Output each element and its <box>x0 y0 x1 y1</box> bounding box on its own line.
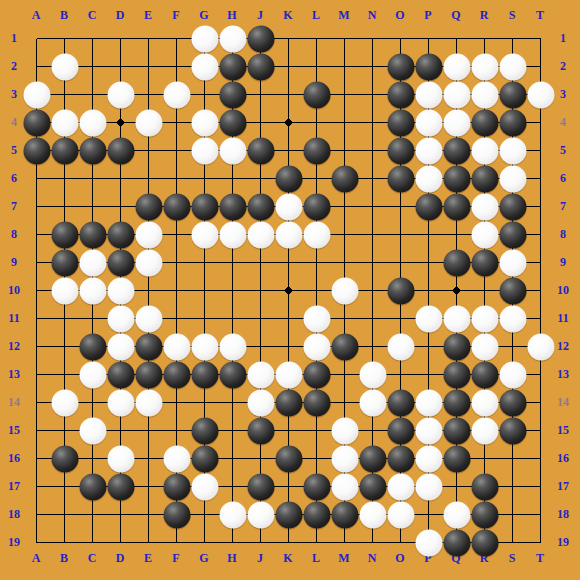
white-stone-P17[interactable] <box>415 473 442 500</box>
black-stone-J15[interactable] <box>247 417 274 444</box>
white-stone-D16[interactable] <box>107 445 134 472</box>
black-stone-J7[interactable] <box>247 193 274 220</box>
white-stone-E4[interactable] <box>135 109 162 136</box>
black-stone-S7[interactable] <box>499 193 526 220</box>
star-point-D4 <box>117 119 123 125</box>
black-stone-S3[interactable] <box>499 81 526 108</box>
white-stone-L11[interactable] <box>303 305 330 332</box>
black-stone-L3[interactable] <box>303 81 330 108</box>
black-stone-H13[interactable] <box>219 361 246 388</box>
white-stone-N14[interactable] <box>359 389 386 416</box>
black-stone-O3[interactable] <box>387 81 414 108</box>
black-stone-K14[interactable] <box>275 389 302 416</box>
col-label-bottom-T: T <box>536 551 544 566</box>
black-stone-H2[interactable] <box>219 53 246 80</box>
row-label-left-19: 19 <box>8 535 20 550</box>
black-stone-C5[interactable] <box>79 137 106 164</box>
black-stone-H3[interactable] <box>219 81 246 108</box>
white-stone-S9[interactable] <box>499 249 526 276</box>
black-stone-R18[interactable] <box>471 501 498 528</box>
white-stone-R5[interactable] <box>471 137 498 164</box>
white-stone-S2[interactable] <box>499 53 526 80</box>
row-label-right-7: 7 <box>560 199 566 214</box>
row-label-left-12: 12 <box>8 339 20 354</box>
row-label-right-18: 18 <box>557 507 569 522</box>
black-stone-L13[interactable] <box>303 361 330 388</box>
col-label-top-E: E <box>144 8 152 23</box>
black-stone-O5[interactable] <box>387 137 414 164</box>
col-label-top-L: L <box>312 8 320 23</box>
row-label-right-5: 5 <box>560 143 566 158</box>
row-label-left-17: 17 <box>8 479 20 494</box>
white-stone-K8[interactable] <box>275 221 302 248</box>
white-stone-Q4[interactable] <box>443 109 470 136</box>
white-stone-E11[interactable] <box>135 305 162 332</box>
black-stone-H4[interactable] <box>219 109 246 136</box>
white-stone-F3[interactable] <box>163 81 190 108</box>
black-stone-O14[interactable] <box>387 389 414 416</box>
col-label-bottom-B: B <box>60 551 68 566</box>
col-label-top-A: A <box>32 8 41 23</box>
row-label-left-4: 4 <box>11 115 17 130</box>
black-stone-S8[interactable] <box>499 221 526 248</box>
star-point-K10 <box>285 287 291 293</box>
white-stone-P11[interactable] <box>415 305 442 332</box>
white-stone-D12[interactable] <box>107 333 134 360</box>
white-stone-C9[interactable] <box>79 249 106 276</box>
white-stone-Q3[interactable] <box>443 81 470 108</box>
white-stone-P3[interactable] <box>415 81 442 108</box>
white-stone-D14[interactable] <box>107 389 134 416</box>
black-stone-L14[interactable] <box>303 389 330 416</box>
white-stone-G12[interactable] <box>191 333 218 360</box>
white-stone-G5[interactable] <box>191 137 218 164</box>
black-stone-N17[interactable] <box>359 473 386 500</box>
black-stone-N16[interactable] <box>359 445 386 472</box>
black-stone-R4[interactable] <box>471 109 498 136</box>
row-label-left-16: 16 <box>8 451 20 466</box>
col-label-top-F: F <box>172 8 179 23</box>
black-stone-S10[interactable] <box>499 277 526 304</box>
col-label-top-B: B <box>60 8 68 23</box>
white-stone-J13[interactable] <box>247 361 274 388</box>
col-label-bottom-C: C <box>88 551 97 566</box>
row-label-right-14: 14 <box>557 395 569 410</box>
col-label-top-N: N <box>368 8 377 23</box>
white-stone-P6[interactable] <box>415 165 442 192</box>
white-stone-B14[interactable] <box>51 389 78 416</box>
black-stone-F13[interactable] <box>163 361 190 388</box>
white-stone-R2[interactable] <box>471 53 498 80</box>
white-stone-P4[interactable] <box>415 109 442 136</box>
row-label-left-1: 1 <box>11 31 17 46</box>
col-label-bottom-F: F <box>172 551 179 566</box>
white-stone-Q2[interactable] <box>443 53 470 80</box>
white-stone-A3[interactable] <box>23 81 50 108</box>
white-stone-B10[interactable] <box>51 277 78 304</box>
white-stone-G2[interactable] <box>191 53 218 80</box>
black-stone-R6[interactable] <box>471 165 498 192</box>
white-stone-O18[interactable] <box>387 501 414 528</box>
col-label-bottom-G: G <box>199 551 208 566</box>
white-stone-R11[interactable] <box>471 305 498 332</box>
row-label-left-7: 7 <box>11 199 17 214</box>
row-label-right-8: 8 <box>560 227 566 242</box>
col-label-top-D: D <box>116 8 125 23</box>
white-stone-J14[interactable] <box>247 389 274 416</box>
white-stone-F16[interactable] <box>163 445 190 472</box>
white-stone-D10[interactable] <box>107 277 134 304</box>
white-stone-H12[interactable] <box>219 333 246 360</box>
row-label-right-1: 1 <box>560 31 566 46</box>
white-stone-S11[interactable] <box>499 305 526 332</box>
black-stone-C17[interactable] <box>79 473 106 500</box>
black-stone-K16[interactable] <box>275 445 302 472</box>
white-stone-D11[interactable] <box>107 305 134 332</box>
col-label-bottom-S: S <box>509 551 516 566</box>
black-stone-O4[interactable] <box>387 109 414 136</box>
black-stone-F7[interactable] <box>163 193 190 220</box>
black-stone-O6[interactable] <box>387 165 414 192</box>
white-stone-G1[interactable] <box>191 25 218 52</box>
row-label-left-10: 10 <box>8 283 20 298</box>
col-label-top-P: P <box>424 8 431 23</box>
white-stone-C15[interactable] <box>79 417 106 444</box>
black-stone-M12[interactable] <box>331 333 358 360</box>
white-stone-R7[interactable] <box>471 193 498 220</box>
black-stone-L5[interactable] <box>303 137 330 164</box>
white-stone-P5[interactable] <box>415 137 442 164</box>
white-stone-N18[interactable] <box>359 501 386 528</box>
col-label-bottom-D: D <box>116 551 125 566</box>
white-stone-M16[interactable] <box>331 445 358 472</box>
black-stone-L17[interactable] <box>303 473 330 500</box>
col-label-top-G: G <box>199 8 208 23</box>
black-stone-S4[interactable] <box>499 109 526 136</box>
white-stone-M17[interactable] <box>331 473 358 500</box>
col-label-bottom-O: O <box>395 551 404 566</box>
white-stone-Q11[interactable] <box>443 305 470 332</box>
white-stone-R8[interactable] <box>471 221 498 248</box>
col-label-top-S: S <box>509 8 516 23</box>
white-stone-J18[interactable] <box>247 501 274 528</box>
black-stone-Q5[interactable] <box>443 137 470 164</box>
row-label-right-12: 12 <box>557 339 569 354</box>
white-stone-O17[interactable] <box>387 473 414 500</box>
row-label-left-11: 11 <box>8 311 19 326</box>
black-stone-P2[interactable] <box>415 53 442 80</box>
white-stone-P16[interactable] <box>415 445 442 472</box>
col-label-bottom-L: L <box>312 551 320 566</box>
white-stone-P14[interactable] <box>415 389 442 416</box>
black-stone-S15[interactable] <box>499 417 526 444</box>
white-stone-K13[interactable] <box>275 361 302 388</box>
row-label-left-18: 18 <box>8 507 20 522</box>
black-stone-F18[interactable] <box>163 501 190 528</box>
black-stone-G15[interactable] <box>191 417 218 444</box>
row-label-right-3: 3 <box>560 87 566 102</box>
black-stone-L18[interactable] <box>303 501 330 528</box>
black-stone-Q16[interactable] <box>443 445 470 472</box>
row-label-right-16: 16 <box>557 451 569 466</box>
white-stone-T12[interactable] <box>527 333 554 360</box>
white-stone-G4[interactable] <box>191 109 218 136</box>
white-stone-Q18[interactable] <box>443 501 470 528</box>
black-stone-Q13[interactable] <box>443 361 470 388</box>
white-stone-H8[interactable] <box>219 221 246 248</box>
black-stone-K6[interactable] <box>275 165 302 192</box>
black-stone-J1[interactable] <box>247 25 274 52</box>
black-stone-F17[interactable] <box>163 473 190 500</box>
white-stone-B2[interactable] <box>51 53 78 80</box>
row-label-left-13: 13 <box>8 367 20 382</box>
col-label-top-Q: Q <box>451 8 460 23</box>
white-stone-N13[interactable] <box>359 361 386 388</box>
black-stone-Q14[interactable] <box>443 389 470 416</box>
black-stone-A5[interactable] <box>23 137 50 164</box>
black-stone-L7[interactable] <box>303 193 330 220</box>
row-label-left-6: 6 <box>11 171 17 186</box>
black-stone-J17[interactable] <box>247 473 274 500</box>
row-label-left-14: 14 <box>8 395 20 410</box>
row-label-left-2: 2 <box>11 59 17 74</box>
black-stone-D9[interactable] <box>107 249 134 276</box>
row-label-right-6: 6 <box>560 171 566 186</box>
white-stone-L12[interactable] <box>303 333 330 360</box>
black-stone-E7[interactable] <box>135 193 162 220</box>
white-stone-R12[interactable] <box>471 333 498 360</box>
black-stone-G7[interactable] <box>191 193 218 220</box>
black-stone-C8[interactable] <box>79 221 106 248</box>
black-stone-D5[interactable] <box>107 137 134 164</box>
col-label-top-R: R <box>480 8 489 23</box>
black-stone-D13[interactable] <box>107 361 134 388</box>
col-label-bottom-J: J <box>257 551 263 566</box>
black-stone-B8[interactable] <box>51 221 78 248</box>
col-label-top-K: K <box>283 8 292 23</box>
col-label-top-O: O <box>395 8 404 23</box>
col-label-bottom-N: N <box>368 551 377 566</box>
white-stone-H1[interactable] <box>219 25 246 52</box>
row-label-right-9: 9 <box>560 255 566 270</box>
row-label-right-10: 10 <box>557 283 569 298</box>
black-stone-B16[interactable] <box>51 445 78 472</box>
black-stone-R19[interactable] <box>471 529 498 556</box>
black-stone-B5[interactable] <box>51 137 78 164</box>
black-stone-D17[interactable] <box>107 473 134 500</box>
white-stone-C13[interactable] <box>79 361 106 388</box>
star-point-K4 <box>285 119 291 125</box>
black-stone-Q7[interactable] <box>443 193 470 220</box>
white-stone-P19[interactable] <box>415 529 442 556</box>
col-label-top-T: T <box>536 8 544 23</box>
row-label-left-15: 15 <box>8 423 20 438</box>
black-stone-Q15[interactable] <box>443 417 470 444</box>
go-board[interactable]: AABBCCDDEEFFGGHHJJKKLLMMNNOOPPQQRRSSTT11… <box>0 0 580 580</box>
row-label-left-8: 8 <box>11 227 17 242</box>
white-stone-R3[interactable] <box>471 81 498 108</box>
white-stone-J8[interactable] <box>247 221 274 248</box>
black-stone-R9[interactable] <box>471 249 498 276</box>
black-stone-K18[interactable] <box>275 501 302 528</box>
white-stone-C4[interactable] <box>79 109 106 136</box>
black-stone-E12[interactable] <box>135 333 162 360</box>
black-stone-Q6[interactable] <box>443 165 470 192</box>
col-label-bottom-M: M <box>338 551 349 566</box>
black-stone-Q9[interactable] <box>443 249 470 276</box>
row-label-right-15: 15 <box>557 423 569 438</box>
white-stone-E8[interactable] <box>135 221 162 248</box>
black-stone-R13[interactable] <box>471 361 498 388</box>
col-label-bottom-H: H <box>227 551 236 566</box>
row-label-right-17: 17 <box>557 479 569 494</box>
black-stone-A4[interactable] <box>23 109 50 136</box>
white-stone-R14[interactable] <box>471 389 498 416</box>
white-stone-E14[interactable] <box>135 389 162 416</box>
black-stone-G13[interactable] <box>191 361 218 388</box>
col-label-bottom-E: E <box>144 551 152 566</box>
black-stone-H7[interactable] <box>219 193 246 220</box>
white-stone-T3[interactable] <box>527 81 554 108</box>
black-stone-R17[interactable] <box>471 473 498 500</box>
col-label-bottom-A: A <box>32 551 41 566</box>
black-stone-J5[interactable] <box>247 137 274 164</box>
black-stone-M6[interactable] <box>331 165 358 192</box>
black-stone-P7[interactable] <box>415 193 442 220</box>
black-stone-O10[interactable] <box>387 277 414 304</box>
row-label-right-2: 2 <box>560 59 566 74</box>
black-stone-O15[interactable] <box>387 417 414 444</box>
white-stone-H18[interactable] <box>219 501 246 528</box>
black-stone-G16[interactable] <box>191 445 218 472</box>
row-label-right-13: 13 <box>557 367 569 382</box>
white-stone-R15[interactable] <box>471 417 498 444</box>
col-label-bottom-K: K <box>283 551 292 566</box>
black-stone-O2[interactable] <box>387 53 414 80</box>
white-stone-O12[interactable] <box>387 333 414 360</box>
black-stone-C12[interactable] <box>79 333 106 360</box>
black-stone-Q12[interactable] <box>443 333 470 360</box>
star-point-Q10 <box>453 287 459 293</box>
black-stone-M18[interactable] <box>331 501 358 528</box>
white-stone-H5[interactable] <box>219 137 246 164</box>
row-label-left-3: 3 <box>11 87 17 102</box>
black-stone-O16[interactable] <box>387 445 414 472</box>
black-stone-E13[interactable] <box>135 361 162 388</box>
white-stone-B4[interactable] <box>51 109 78 136</box>
white-stone-S5[interactable] <box>499 137 526 164</box>
col-label-top-H: H <box>227 8 236 23</box>
col-label-top-M: M <box>338 8 349 23</box>
col-label-top-C: C <box>88 8 97 23</box>
row-label-right-11: 11 <box>557 311 568 326</box>
row-label-right-4: 4 <box>560 115 566 130</box>
black-stone-B9[interactable] <box>51 249 78 276</box>
white-stone-P15[interactable] <box>415 417 442 444</box>
white-stone-M15[interactable] <box>331 417 358 444</box>
row-label-left-9: 9 <box>11 255 17 270</box>
white-stone-F12[interactable] <box>163 333 190 360</box>
white-stone-K7[interactable] <box>275 193 302 220</box>
white-stone-S6[interactable] <box>499 165 526 192</box>
white-stone-G8[interactable] <box>191 221 218 248</box>
white-stone-M10[interactable] <box>331 277 358 304</box>
black-stone-D8[interactable] <box>107 221 134 248</box>
black-stone-Q19[interactable] <box>443 529 470 556</box>
row-label-right-19: 19 <box>557 535 569 550</box>
white-stone-L8[interactable] <box>303 221 330 248</box>
white-stone-G17[interactable] <box>191 473 218 500</box>
white-stone-C10[interactable] <box>79 277 106 304</box>
black-stone-J2[interactable] <box>247 53 274 80</box>
row-label-left-5: 5 <box>11 143 17 158</box>
white-stone-S13[interactable] <box>499 361 526 388</box>
black-stone-S14[interactable] <box>499 389 526 416</box>
col-label-top-J: J <box>257 8 263 23</box>
white-stone-E9[interactable] <box>135 249 162 276</box>
white-stone-D3[interactable] <box>107 81 134 108</box>
